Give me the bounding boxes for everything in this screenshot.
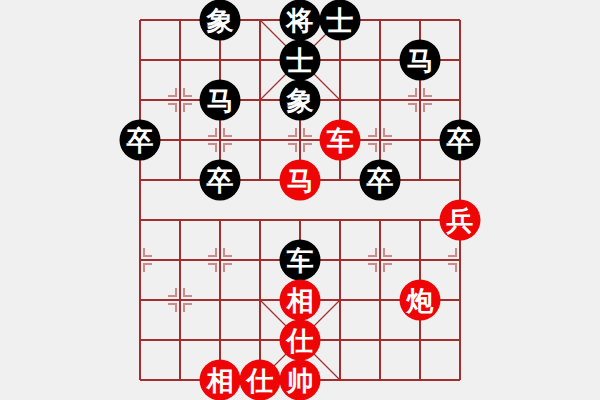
piece-black-pawn[interactable]: 卒 xyxy=(360,160,401,201)
position-marker xyxy=(304,128,312,136)
position-marker xyxy=(208,144,216,152)
piece-red-pawn[interactable]: 兵 xyxy=(440,200,481,241)
position-marker xyxy=(384,248,392,256)
piece-black-pawn[interactable]: 卒 xyxy=(120,120,161,161)
position-marker xyxy=(168,88,176,96)
position-marker xyxy=(168,288,176,296)
position-marker xyxy=(368,248,376,256)
piece-black-horse[interactable]: 马 xyxy=(400,40,441,81)
position-marker xyxy=(208,128,216,136)
piece-red-general[interactable]: 帅 xyxy=(280,360,321,400)
position-marker xyxy=(288,128,296,136)
position-marker xyxy=(424,104,432,112)
position-marker xyxy=(208,264,216,272)
piece-red-chariot[interactable]: 车 xyxy=(320,120,361,161)
xiangqi-screenshot: 象将士士马马象卒车卒卒马卒兵车相炮仕相仕帅 xyxy=(0,0,600,400)
position-marker xyxy=(168,304,176,312)
piece-black-elephant[interactable]: 象 xyxy=(280,80,321,121)
position-marker xyxy=(368,144,376,152)
position-marker xyxy=(368,264,376,272)
position-marker xyxy=(208,248,216,256)
piece-black-chariot[interactable]: 车 xyxy=(280,240,321,281)
position-marker xyxy=(144,264,152,272)
position-marker xyxy=(144,248,152,256)
position-marker xyxy=(184,104,192,112)
position-marker xyxy=(384,128,392,136)
position-marker xyxy=(184,304,192,312)
piece-red-elephant[interactable]: 相 xyxy=(200,360,241,400)
position-marker xyxy=(224,248,232,256)
position-marker xyxy=(408,88,416,96)
position-marker xyxy=(168,104,176,112)
piece-black-elephant[interactable]: 象 xyxy=(200,0,241,41)
piece-red-cannon[interactable]: 炮 xyxy=(400,280,441,321)
piece-black-general[interactable]: 将 xyxy=(280,0,321,41)
piece-black-pawn[interactable]: 卒 xyxy=(200,160,241,201)
position-marker xyxy=(184,88,192,96)
position-marker xyxy=(448,264,456,272)
position-marker xyxy=(368,128,376,136)
piece-black-pawn[interactable]: 卒 xyxy=(440,120,481,161)
piece-black-advisor[interactable]: 士 xyxy=(320,0,361,41)
position-marker xyxy=(184,288,192,296)
position-marker xyxy=(304,144,312,152)
position-marker xyxy=(224,264,232,272)
piece-black-advisor[interactable]: 士 xyxy=(280,40,321,81)
board[interactable]: 象将士士马马象卒车卒卒马卒兵车相炮仕相仕帅 xyxy=(0,0,600,400)
position-marker xyxy=(408,104,416,112)
position-marker xyxy=(384,144,392,152)
position-marker xyxy=(224,128,232,136)
position-marker xyxy=(288,144,296,152)
piece-red-horse[interactable]: 马 xyxy=(280,160,321,201)
position-marker xyxy=(448,248,456,256)
piece-black-horse[interactable]: 马 xyxy=(200,80,241,121)
piece-red-advisor[interactable]: 仕 xyxy=(280,320,321,361)
position-marker xyxy=(424,88,432,96)
position-marker xyxy=(224,144,232,152)
position-marker xyxy=(384,264,392,272)
piece-red-elephant[interactable]: 相 xyxy=(280,280,321,321)
piece-red-advisor[interactable]: 仕 xyxy=(240,360,281,400)
